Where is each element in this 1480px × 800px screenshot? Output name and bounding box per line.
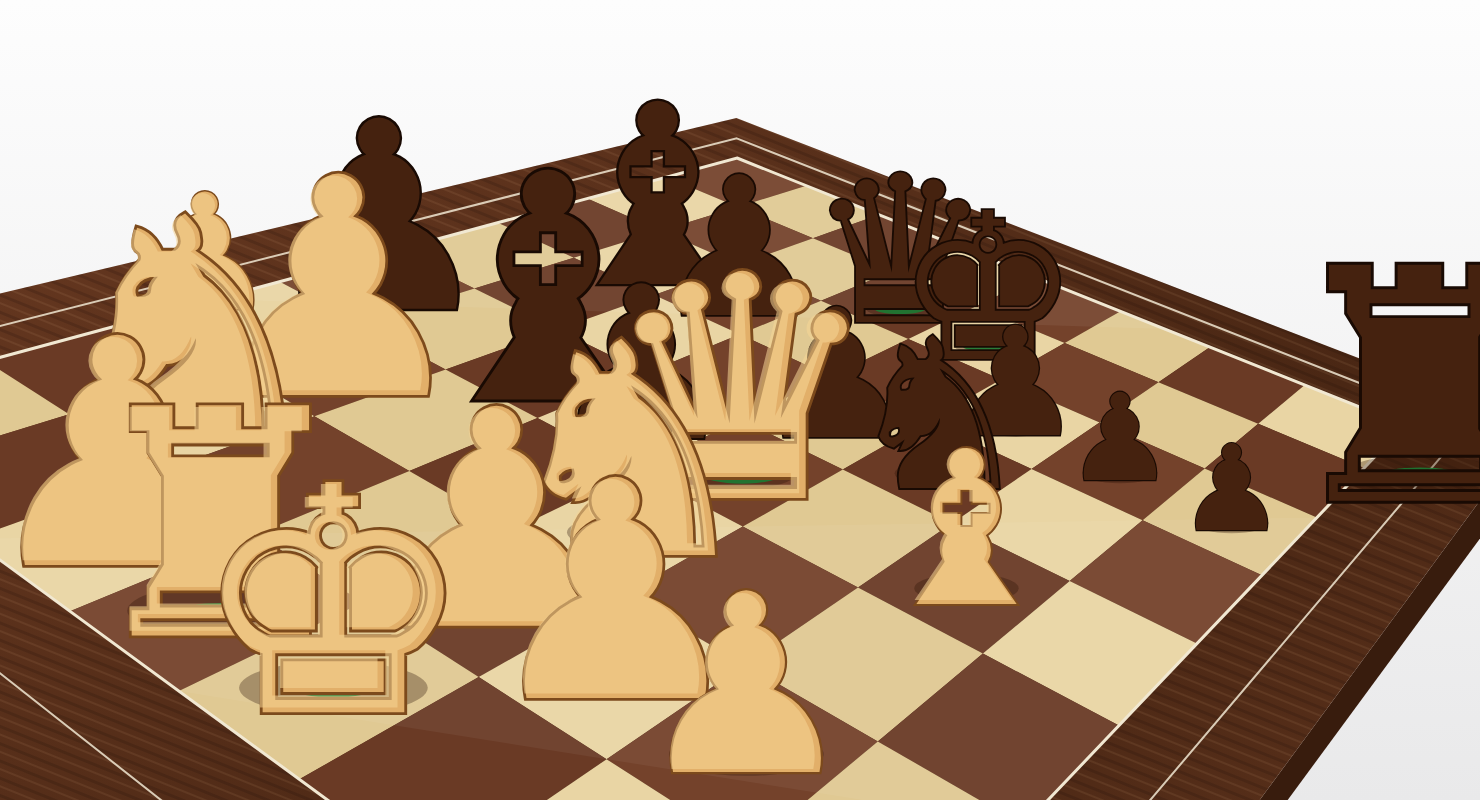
render-stage: ♝♟♟♛♟♟♚♟♟♝♞♞♟♟♟♟♞♛♛♜♟♞♞♟♟♝♝♟♟♜♜♟♟♚♚♟♟ [0, 0, 1480, 800]
piece-highlight: ♟ [635, 545, 851, 800]
piece-group-wP-b2: ♟♟ [635, 541, 858, 800]
piece-highlight: ♝ [870, 407, 1056, 649]
piece-black-R-frame[interactable]: ♜ [1275, 200, 1480, 576]
piece-group-wK-a4: ♚♚ [192, 420, 475, 786]
piece-black-P-f2[interactable]: ♟ [1066, 368, 1174, 509]
piece-group-bP-f2: ♟ [1066, 368, 1174, 509]
piece-black-P-f1[interactable]: ♟ [1178, 420, 1285, 558]
piece-group-wB-d2: ♝♝ [870, 405, 1062, 654]
piece-group-bR-frame: ♜ [1275, 200, 1480, 576]
chessboard-3d-render: ♝♟♟♛♟♟♚♟♟♝♞♞♟♟♟♟♞♛♛♜♟♞♞♟♟♝♝♟♟♜♜♟♟♚♚♟♟ [0, 0, 1480, 800]
piece-group-bP-f1: ♟ [1178, 420, 1285, 558]
piece-highlight: ♚ [192, 423, 466, 779]
